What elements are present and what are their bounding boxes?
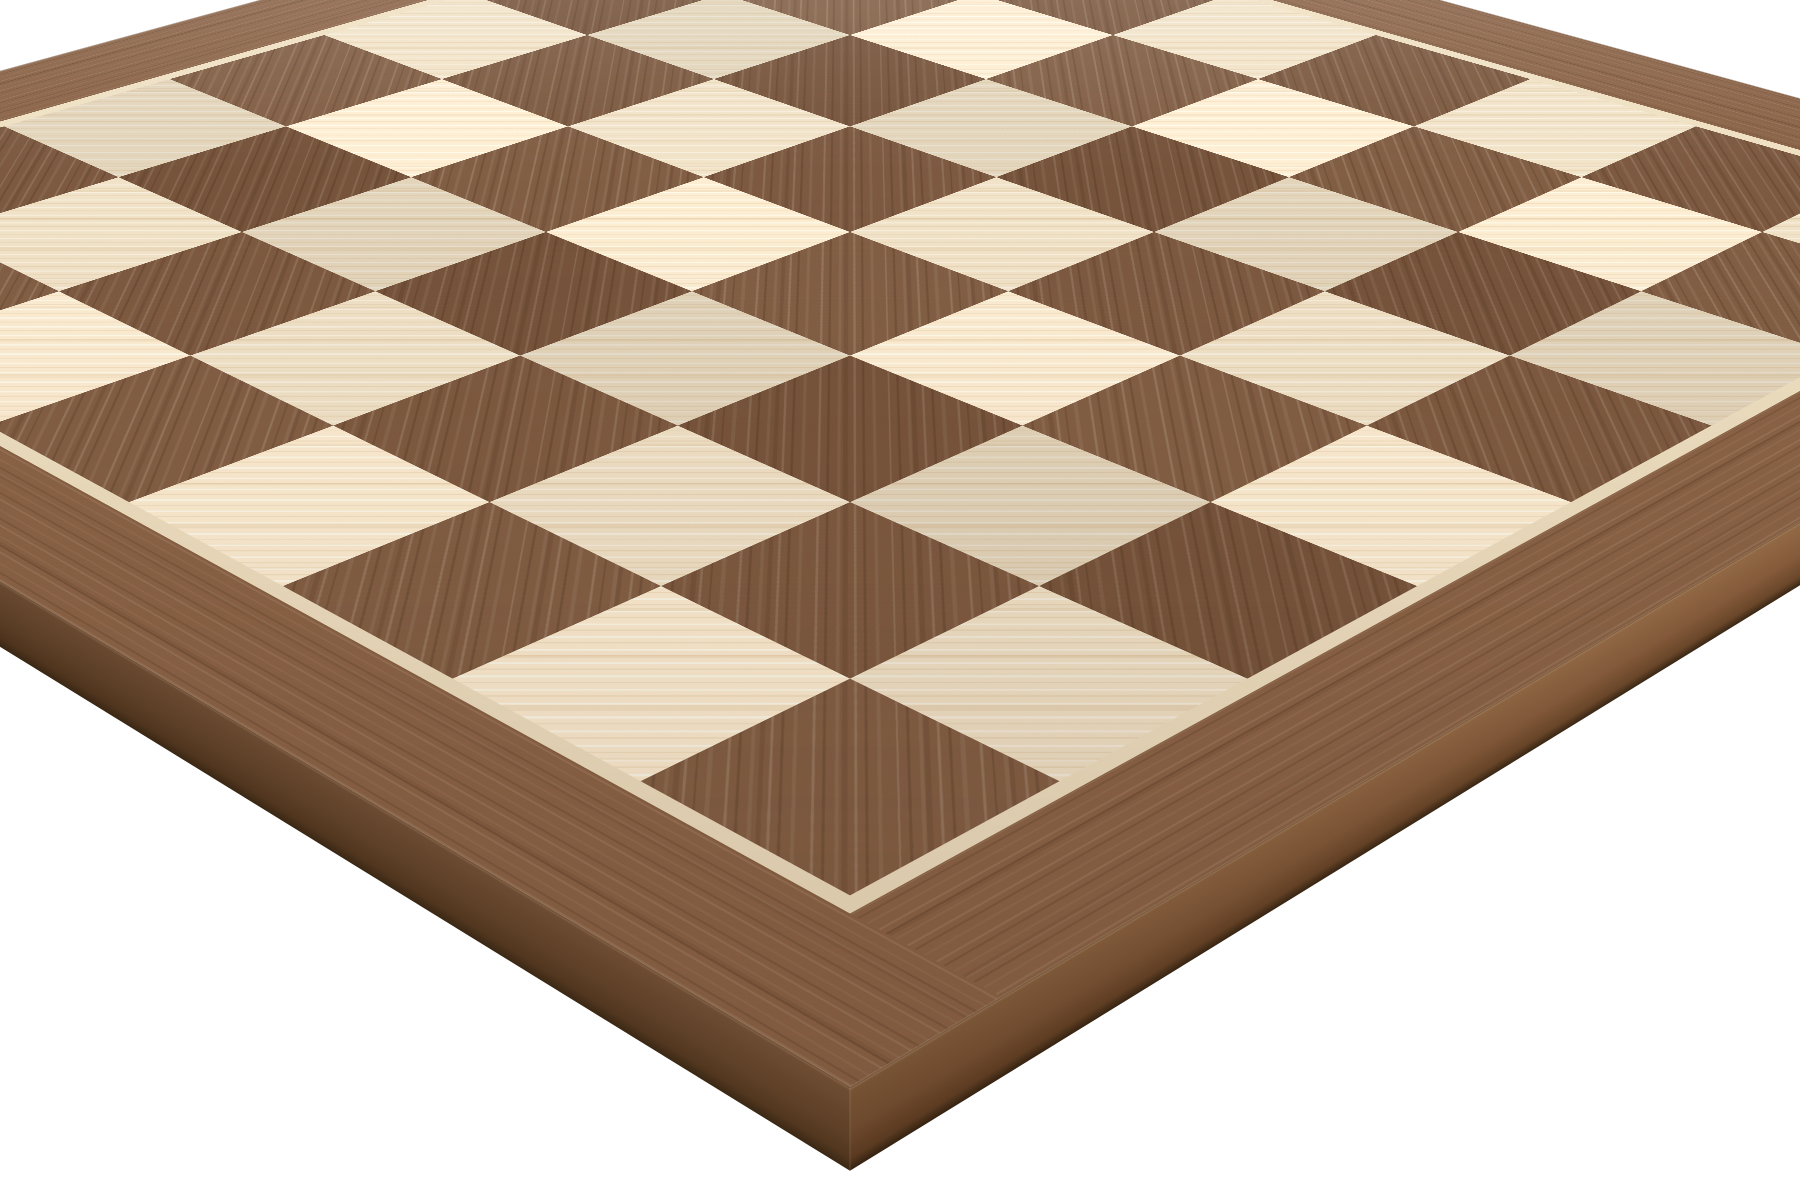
board-square: [453, 586, 850, 781]
board-square: [129, 426, 490, 586]
board-square: [442, 35, 714, 126]
board-square: [333, 356, 678, 503]
board-square: [1258, 35, 1530, 126]
board-square: [0, 232, 59, 356]
board-square: [1762, 177, 1800, 291]
board-square: [850, 586, 1247, 781]
board-square: [0, 291, 190, 425]
board-square: [850, 0, 1113, 79]
board-square: [1414, 79, 1696, 177]
board-square: [1022, 356, 1367, 503]
board-square: [1154, 177, 1458, 291]
board-square: [0, 126, 119, 232]
board-frame-left: [0, 0, 850, 232]
board-square: [850, 177, 1154, 291]
board-square: [1039, 502, 1417, 679]
board-square: [1180, 291, 1510, 425]
board-top-face: [0, 0, 1800, 1086]
board-square: [704, 126, 997, 232]
board-square: [59, 232, 375, 356]
board-square: [850, 426, 1211, 586]
board-square: [661, 502, 1039, 679]
board-square: [1113, 0, 1376, 79]
board-square: [546, 177, 850, 291]
board-square: [1211, 426, 1572, 586]
board-square: [469, 0, 723, 35]
photo-backdrop: [0, 0, 1800, 1200]
board-square: [1325, 232, 1641, 356]
board-square: [568, 79, 850, 177]
board-square: [242, 177, 546, 291]
board-square: [286, 79, 568, 177]
board-square: [1289, 126, 1582, 232]
board-square: [1132, 79, 1414, 177]
board-square: [1581, 126, 1800, 232]
board-square: [411, 126, 704, 232]
board-square: [850, 291, 1180, 425]
board-square: [1641, 232, 1800, 356]
board-square: [4, 79, 286, 177]
board-square: [0, 177, 242, 291]
board-square: [714, 35, 986, 126]
board-square: [587, 0, 850, 79]
board-square: [723, 0, 977, 35]
board-square: [977, 0, 1231, 35]
board-square: [489, 426, 850, 586]
board-square: [0, 356, 333, 503]
board-square: [641, 679, 1060, 896]
board-square: [996, 126, 1289, 232]
board-square: [170, 35, 442, 126]
chessboard: [0, 0, 1800, 1086]
board-square: [119, 126, 412, 232]
board-square: [190, 291, 520, 425]
board-square: [1367, 356, 1712, 503]
board-square: [324, 0, 587, 79]
board-square: [986, 35, 1258, 126]
board-square: [692, 232, 1008, 356]
board-square: [678, 356, 1023, 503]
board-scene: [0, 0, 1800, 1200]
board-square: [520, 291, 850, 425]
board-square: [850, 79, 1132, 177]
board-square: [283, 502, 661, 679]
board-square: [1008, 232, 1324, 356]
board-square: [1510, 291, 1800, 425]
board-square: [1458, 177, 1762, 291]
board-square: [375, 232, 691, 356]
